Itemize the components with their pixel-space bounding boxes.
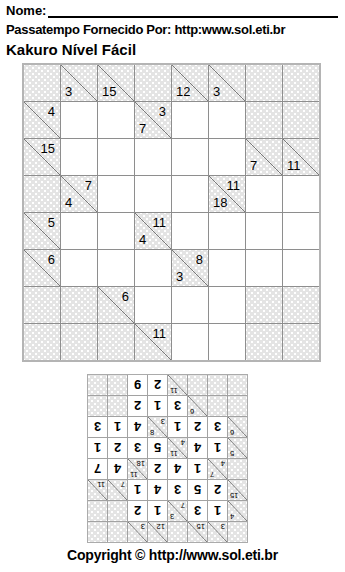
- entry-cell-r7c5: 1: [148, 396, 167, 416]
- blank-cell-r4c1: [24, 176, 60, 212]
- clue-cell-r4c2: 74: [61, 176, 97, 212]
- solution-digit-r3c2: 2: [208, 480, 227, 500]
- across-clue: 6: [190, 408, 194, 416]
- copyright-text: Copyright © http://www.sol.eti.br: [0, 547, 345, 563]
- down-clue: 4: [181, 439, 185, 447]
- solution-digit-r4c4: 4: [168, 459, 187, 479]
- solution-digit-r5c6: 3: [128, 438, 147, 458]
- down-clue: 11: [97, 481, 105, 489]
- solution-digit-r4c5: 2: [148, 459, 167, 479]
- across-clue: 11: [130, 471, 138, 479]
- page-title: Kakuro Nível Fácil: [6, 41, 338, 58]
- entry-cell-r4c5[interactable]: [172, 176, 208, 212]
- entry-cell-r3c3[interactable]: [98, 139, 134, 175]
- entry-cell-r4c7: 4: [108, 459, 127, 479]
- across-clue: 8: [150, 429, 154, 437]
- blank-cell-r7c8: [283, 287, 319, 323]
- clue-cell-r1c3: 15: [188, 522, 207, 542]
- entry-cell-r2c6[interactable]: [209, 102, 245, 138]
- down-clue: 7: [121, 481, 125, 489]
- blank-cell-r8c8: [88, 375, 107, 395]
- down-clue: 7: [250, 159, 257, 172]
- entry-cell-r3c5: 4: [148, 480, 167, 500]
- blank-cell-r7c7: [108, 396, 127, 416]
- solution-digit-r6c7: 1: [108, 417, 127, 437]
- entry-cell-r3c6: 1: [128, 480, 147, 500]
- entry-cell-r5c2[interactable]: [61, 213, 97, 249]
- entry-cell-r8c6[interactable]: [209, 324, 245, 360]
- entry-cell-r5c3[interactable]: [98, 213, 134, 249]
- solution-digit-r2c2: 1: [208, 501, 227, 521]
- blank-cell-r7c7: [246, 287, 282, 323]
- clue-cell-r5c1: 5: [24, 213, 60, 249]
- clue-cell-r1c3: 15: [98, 65, 134, 101]
- blank-cell-r2c8: [283, 102, 319, 138]
- clue-cell-r1c5: 12: [148, 522, 167, 542]
- solution-grid: 3151234133712152534171174142111847514114…: [87, 374, 248, 543]
- solution-digit-r4c7: 4: [108, 459, 127, 479]
- across-clue: 11: [153, 327, 167, 340]
- puzzle-grid: 315123437157117411185114683611: [22, 63, 321, 362]
- entry-cell-r3c2: 2: [208, 480, 227, 500]
- down-clue: 4: [139, 233, 146, 246]
- clue-cell-r3c7: 7: [246, 139, 282, 175]
- solution-digit-r6c2: 3: [208, 417, 227, 437]
- across-clue: 5: [230, 450, 234, 458]
- across-clue: 6: [122, 290, 129, 303]
- entry-cell-r5c8[interactable]: [283, 213, 319, 249]
- across-clue: 3: [170, 513, 174, 521]
- down-clue: 3: [213, 85, 220, 98]
- down-clue: 15: [102, 85, 116, 98]
- down-clue: 4: [65, 196, 72, 209]
- solution-digit-r2c3: 3: [188, 501, 207, 521]
- blank-cell-r8c3: [188, 375, 207, 395]
- blank-cell-r8c2: [208, 375, 227, 395]
- clue-cell-r5c1: 5: [228, 438, 247, 458]
- entry-cell-r5c8: 1: [88, 438, 107, 458]
- entry-cell-r5c5[interactable]: [172, 213, 208, 249]
- solution-digit-r4c8: 7: [88, 459, 107, 479]
- entry-cell-r6c6: 4: [128, 417, 147, 437]
- blank-cell-r8c1: [24, 324, 60, 360]
- solution-digit-r7c5: 1: [148, 396, 167, 416]
- across-clue: 15: [41, 142, 55, 155]
- clue-cell-r7c3: 6: [98, 287, 134, 323]
- entry-cell-r6c3: 2: [188, 417, 207, 437]
- entry-cell-r3c6[interactable]: [209, 139, 245, 175]
- clue-cell-r2c4: 37: [168, 501, 187, 521]
- solution-digit-r5c7: 2: [108, 438, 127, 458]
- solution-digit-r5c3: 4: [188, 438, 207, 458]
- clue-cell-r3c8: 11: [283, 139, 319, 175]
- down-clue: 3: [141, 523, 145, 531]
- entry-cell-r5c7[interactable]: [246, 213, 282, 249]
- clue-cell-r6c1: 6: [24, 250, 60, 286]
- entry-cell-r2c6: 2: [128, 501, 147, 521]
- across-clue: 11: [227, 179, 241, 192]
- clue-cell-r3c1: 15: [24, 139, 60, 175]
- entry-cell-r4c3[interactable]: [98, 176, 134, 212]
- entry-cell-r3c5[interactable]: [172, 139, 208, 175]
- down-clue: 4: [221, 460, 225, 468]
- entry-cell-r3c2[interactable]: [61, 139, 97, 175]
- entry-cell-r6c7: 1: [108, 417, 127, 437]
- clue-cell-r7c3: 6: [188, 396, 207, 416]
- blank-cell-r7c2: [61, 287, 97, 323]
- clue-cell-r3c7: 7: [108, 480, 127, 500]
- across-clue: 6: [230, 429, 234, 437]
- clue-cell-r4c6: 1118: [209, 176, 245, 212]
- entry-cell-r5c2: 1: [208, 438, 227, 458]
- across-clue: 11: [153, 216, 167, 229]
- down-clue: 3: [176, 270, 183, 283]
- blank-cell-r8c1: [228, 375, 247, 395]
- down-clue: 3: [161, 418, 165, 426]
- blank-cell-r8c7: [246, 324, 282, 360]
- down-clue: 18: [137, 460, 145, 468]
- solution-digit-r6c3: 2: [188, 417, 207, 437]
- entry-cell-r5c3: 4: [188, 438, 207, 458]
- down-clue: 3: [221, 523, 225, 531]
- entry-cell-r5c6[interactable]: [209, 213, 245, 249]
- entry-cell-r5c6: 3: [128, 438, 147, 458]
- entry-cell-r4c7[interactable]: [246, 176, 282, 212]
- down-clue: 12: [176, 85, 190, 98]
- entry-cell-r2c3: 3: [188, 501, 207, 521]
- solution-digit-r5c8: 1: [88, 438, 107, 458]
- solution-digit-r3c5: 4: [148, 480, 167, 500]
- clue-cell-r3c8: 11: [88, 480, 107, 500]
- blank-cell-r2c8: [88, 501, 107, 521]
- blank-cell-r2c7: [108, 501, 127, 521]
- name-row: Nome:: [6, 2, 338, 18]
- across-clue: 5: [48, 216, 55, 229]
- solution-digit-r7c6: 2: [128, 396, 147, 416]
- across-clue: 8: [196, 253, 203, 266]
- blank-cell-r8c3: [98, 324, 134, 360]
- entry-cell-r8c5[interactable]: [172, 324, 208, 360]
- across-clue: 4: [48, 105, 55, 118]
- entry-cell-r6c2[interactable]: [61, 250, 97, 286]
- down-clue: 7: [181, 502, 185, 510]
- blank-cell-r7c1: [228, 396, 247, 416]
- blank-cell-r1c4: [168, 522, 187, 542]
- entry-cell-r4c5: 2: [148, 459, 167, 479]
- down-clue: 12: [157, 523, 165, 531]
- clue-cell-r3c1: 15: [228, 480, 247, 500]
- blank-cell-r4c1: [228, 459, 247, 479]
- name-label: Nome:: [6, 3, 46, 18]
- entry-cell-r3c4[interactable]: [135, 139, 171, 175]
- page-header: Nome: Passatempo Fornecido Por: http:www…: [6, 2, 338, 58]
- across-clue: 15: [230, 492, 238, 500]
- entry-cell-r3c3: 5: [188, 480, 207, 500]
- entry-cell-r2c2[interactable]: [61, 102, 97, 138]
- down-clue: 15: [197, 523, 205, 531]
- entry-cell-r6c7[interactable]: [246, 250, 282, 286]
- clue-cell-r8c4: 11: [168, 375, 187, 395]
- entry-cell-r6c8: 3: [88, 417, 107, 437]
- solution-digit-r3c3: 5: [188, 480, 207, 500]
- across-clue: 7: [85, 179, 92, 192]
- clue-cell-r2c4: 37: [135, 102, 171, 138]
- clue-cell-r1c5: 12: [172, 65, 208, 101]
- across-clue: 3: [159, 105, 166, 118]
- entry-cell-r6c2: 3: [208, 417, 227, 437]
- entry-cell-r2c5[interactable]: [172, 102, 208, 138]
- blank-cell-r1c8: [283, 65, 319, 101]
- entry-cell-r7c6: 2: [128, 396, 147, 416]
- entry-cell-r6c3[interactable]: [98, 250, 134, 286]
- clue-cell-r6c5: 83: [172, 250, 208, 286]
- entry-cell-r4c4[interactable]: [135, 176, 171, 212]
- entry-cell-r4c3: 1: [188, 459, 207, 479]
- down-clue: 11: [287, 159, 301, 172]
- clue-cell-r1c2: 3: [61, 65, 97, 101]
- across-clue: 6: [48, 253, 55, 266]
- across-clue: 4: [230, 513, 234, 521]
- solution-digit-r6c8: 3: [88, 417, 107, 437]
- clue-cell-r1c6: 3: [209, 65, 245, 101]
- down-clue: 7: [139, 122, 146, 135]
- blank-cell-r8c2: [61, 324, 97, 360]
- solution-digit-r7c4: 3: [168, 396, 187, 416]
- blank-cell-r7c2: [208, 396, 227, 416]
- entry-cell-r7c4[interactable]: [135, 287, 171, 323]
- entry-cell-r6c4: 1: [168, 417, 187, 437]
- entry-cell-r4c8[interactable]: [283, 176, 319, 212]
- solution-digit-r2c5: 1: [148, 501, 167, 521]
- blank-cell-r1c7: [246, 65, 282, 101]
- entry-cell-r2c3[interactable]: [98, 102, 134, 138]
- blank-cell-r1c4: [135, 65, 171, 101]
- entry-cell-r5c5: 5: [148, 438, 167, 458]
- down-clue: 18: [213, 196, 227, 209]
- solution-digit-r5c5: 5: [148, 438, 167, 458]
- clue-cell-r2c1: 4: [228, 501, 247, 521]
- across-clue: 11: [170, 387, 178, 395]
- entry-cell-r5c7: 2: [108, 438, 127, 458]
- entry-cell-r7c6[interactable]: [209, 287, 245, 323]
- entry-cell-r2c5: 1: [148, 501, 167, 521]
- solution-digit-r5c2: 1: [208, 438, 227, 458]
- blank-cell-r1c1: [228, 522, 247, 542]
- down-clue: 3: [65, 85, 72, 98]
- blank-cell-r8c7: [108, 375, 127, 395]
- clue-cell-r1c6: 3: [128, 522, 147, 542]
- entry-cell-r6c4[interactable]: [135, 250, 171, 286]
- entry-cell-r7c5[interactable]: [172, 287, 208, 323]
- entry-cell-r8c5: 2: [148, 375, 167, 395]
- entry-cell-r6c8[interactable]: [283, 250, 319, 286]
- clue-cell-r6c5: 83: [148, 417, 167, 437]
- solution-digit-r4c3: 1: [188, 459, 207, 479]
- across-clue: 7: [210, 471, 214, 479]
- blank-cell-r1c7: [108, 522, 127, 542]
- entry-cell-r3c4: 3: [168, 480, 187, 500]
- solution-digit-r8c6: 9: [128, 375, 147, 395]
- solution-digit-r6c4: 1: [168, 417, 187, 437]
- solution-digit-r3c4: 3: [168, 480, 187, 500]
- clue-cell-r2c1: 4: [24, 102, 60, 138]
- blank-cell-r8c8: [283, 324, 319, 360]
- clue-cell-r1c2: 3: [208, 522, 227, 542]
- blank-cell-r1c8: [88, 522, 107, 542]
- solution-digit-r3c6: 1: [128, 480, 147, 500]
- clue-cell-r5c4: 114: [135, 213, 171, 249]
- name-underline: [48, 16, 338, 18]
- clue-cell-r8c4: 11: [135, 324, 171, 360]
- clue-cell-r4c2: 74: [208, 459, 227, 479]
- solution-digit-r2c6: 2: [128, 501, 147, 521]
- clue-cell-r6c1: 6: [228, 417, 247, 437]
- blank-cell-r1c1: [24, 65, 60, 101]
- blank-cell-r2c7: [246, 102, 282, 138]
- entry-cell-r8c6: 9: [128, 375, 147, 395]
- entry-cell-r4c8: 7: [88, 459, 107, 479]
- entry-cell-r6c6[interactable]: [209, 250, 245, 286]
- solution-digit-r8c5: 2: [148, 375, 167, 395]
- blank-cell-r7c8: [88, 396, 107, 416]
- entry-cell-r2c2: 1: [208, 501, 227, 521]
- entry-cell-r4c4: 4: [168, 459, 187, 479]
- entry-cell-r7c4: 3: [168, 396, 187, 416]
- blank-cell-r7c1: [24, 287, 60, 323]
- across-clue: 11: [170, 450, 178, 458]
- clue-cell-r5c4: 114: [168, 438, 187, 458]
- provider-line: Passatempo Fornecido Por: http:www.sol.e…: [6, 22, 338, 37]
- solution-digit-r6c6: 4: [128, 417, 147, 437]
- clue-cell-r4c6: 1118: [128, 459, 147, 479]
